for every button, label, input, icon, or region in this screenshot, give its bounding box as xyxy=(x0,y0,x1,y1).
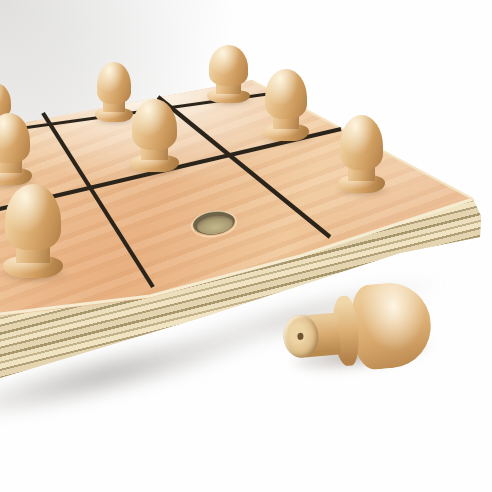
peg-a2[interactable] xyxy=(0,113,32,185)
peg-head xyxy=(5,184,60,250)
peg-c1[interactable] xyxy=(207,45,250,103)
photo-stage xyxy=(0,0,492,492)
peg-head xyxy=(265,69,307,119)
peg-b2[interactable] xyxy=(130,99,179,172)
fallen-peg-b3[interactable] xyxy=(278,280,435,379)
peg-c3[interactable] xyxy=(338,115,385,193)
peg-head xyxy=(97,62,132,104)
peg-b1[interactable] xyxy=(95,62,133,122)
peg-head xyxy=(0,113,30,163)
peg-a3[interactable] xyxy=(3,184,63,278)
fallen-peg-head xyxy=(347,280,434,372)
peg-head xyxy=(132,99,177,150)
peg-head xyxy=(209,45,249,86)
peg-head xyxy=(340,115,383,170)
peg-c2[interactable] xyxy=(263,69,309,141)
